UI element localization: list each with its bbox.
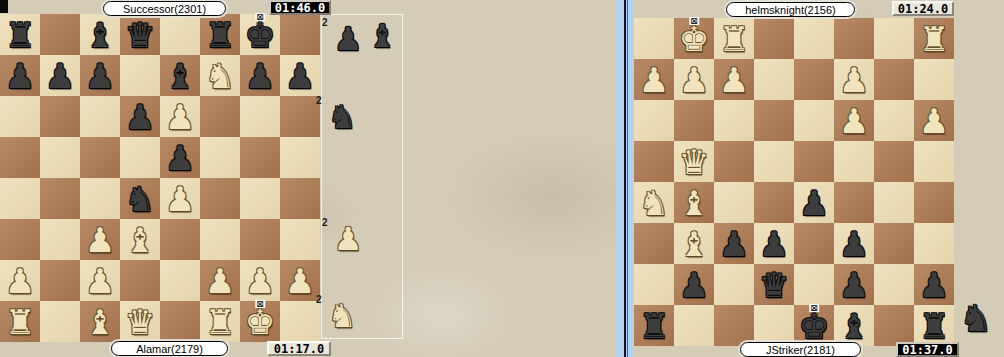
right-board-square-a4[interactable]: [914, 141, 954, 182]
right-chess-board: ♚⊠♜♜♟♟♟♟♟♟♛♞♝♟♝♟♟♟♟♛♟♟♜♚⊠♝♜: [634, 18, 954, 346]
left-board-square-d6[interactable]: ♟: [120, 96, 160, 137]
white-knight-f7[interactable]: ♞: [200, 55, 240, 96]
black-bishop-c8[interactable]: ♝: [834, 305, 874, 346]
left-board-square-d4[interactable]: ♞: [120, 178, 160, 219]
black-rook-a8[interactable]: ♜: [0, 14, 40, 55]
left-board-square-d8[interactable]: ♛: [120, 14, 160, 55]
white-king-g1[interactable]: ♚⊠: [240, 301, 280, 342]
board-splitter: [616, 0, 634, 357]
left-board-square-g2[interactable]: ♟: [240, 260, 280, 301]
white-rook-a1[interactable]: ♜: [0, 301, 40, 342]
black-rook-h8[interactable]: ♜: [634, 305, 674, 346]
holding-count: 2: [316, 294, 322, 305]
right-board-square-e7[interactable]: ♛: [754, 264, 794, 305]
right-board-square-e6[interactable]: ♟: [754, 223, 794, 264]
player-label: Alamar(2179): [136, 343, 203, 355]
left-board-square-e6[interactable]: ♟: [160, 96, 200, 137]
clock-time: 01:24.0: [898, 2, 949, 16]
king-marker-icon: ⊠: [689, 17, 699, 25]
left-board-square-f4[interactable]: [200, 178, 240, 219]
left-board-square-d5[interactable]: [120, 137, 160, 178]
black-pawn-e5[interactable]: ♟: [160, 137, 200, 178]
white-queen-d1[interactable]: ♛: [120, 301, 160, 342]
white-pawn-e4[interactable]: ♟: [160, 178, 200, 219]
right-board-square-h6[interactable]: [634, 223, 674, 264]
right-board-square-g7[interactable]: ♟: [674, 264, 714, 305]
black-queen-d8[interactable]: ♛: [120, 14, 160, 55]
white-pawn-e6[interactable]: ♟: [160, 96, 200, 137]
clock-time: 01:17.0: [274, 342, 325, 356]
black-pawn-c7[interactable]: ♟: [834, 264, 874, 305]
left-board-square-f7[interactable]: ♞: [200, 55, 240, 96]
black-pawn-d5[interactable]: ♟: [794, 182, 834, 223]
right-board-square-d4[interactable]: [794, 141, 834, 182]
right-board-square-b5[interactable]: [874, 182, 914, 223]
left-board-square-a1[interactable]: ♜: [0, 301, 40, 342]
right-board-square-d6[interactable]: [794, 223, 834, 264]
right-board-square-e3[interactable]: [754, 100, 794, 141]
left-board-square-h7[interactable]: ♟: [280, 55, 320, 96]
right-board-square-h4[interactable]: [634, 141, 674, 182]
left-board-square-e3[interactable]: [160, 219, 200, 260]
right-board-square-b3[interactable]: [874, 100, 914, 141]
holding-count: 2: [316, 95, 322, 106]
left-board-square-g8[interactable]: ♚⊠: [240, 14, 280, 55]
right-board-square-d7[interactable]: [794, 264, 834, 305]
left-board-square-e7[interactable]: ♝: [160, 55, 200, 96]
left-board-square-b4[interactable]: [40, 178, 80, 219]
right-bottom-player-nameplate: JStriker(2181): [740, 342, 861, 357]
player-label: JStriker(2181): [766, 344, 835, 356]
corner-block: [0, 0, 8, 13]
left-top-player-nameplate: Successor(2301): [103, 1, 226, 16]
player-label: Successor(2301): [123, 3, 206, 15]
black-pawn-d6[interactable]: ♟: [120, 96, 160, 137]
right-board-square-f2[interactable]: ♟: [714, 59, 754, 100]
player-label: helmsknight(2156): [745, 4, 836, 16]
right-board-square-h7[interactable]: [634, 264, 674, 305]
left-board-square-a7[interactable]: ♟: [0, 55, 40, 96]
left-chess-board: ♜♝♛♜♚⊠♟♟♟♝♞♟♟♟♟♟♞♟♟♝♟♟♟♟♟♜♝♛♜♚⊠: [0, 14, 320, 342]
left-board-square-f1[interactable]: ♜: [200, 301, 240, 342]
left-board-square-d3[interactable]: ♝: [120, 219, 160, 260]
left-board-square-h8[interactable]: [280, 14, 320, 55]
right-board-square-b7[interactable]: [874, 264, 914, 305]
left-holdings-panel: ♟2♝♞2♟2♞2: [321, 14, 403, 339]
right-board-square-c8[interactable]: ♝: [834, 305, 874, 346]
right-board-square-d5[interactable]: ♟: [794, 182, 834, 223]
white-pawn-f2[interactable]: ♟: [714, 59, 754, 100]
left-board-square-b3[interactable]: [40, 219, 80, 260]
white-king-g1[interactable]: ♚⊠: [674, 18, 714, 59]
left-board-square-e4[interactable]: ♟: [160, 178, 200, 219]
left-board-square-a4[interactable]: [0, 178, 40, 219]
left-holding-white-knight[interactable]: ♞2: [323, 296, 361, 336]
black-queen-e7[interactable]: ♛: [754, 264, 794, 305]
right-board-square-b4[interactable]: [874, 141, 914, 182]
right-board-square-g3[interactable]: [674, 100, 714, 141]
white-pawn-a2[interactable]: ♟: [0, 260, 40, 301]
left-board-square-e2[interactable]: [160, 260, 200, 301]
right-board-square-d1[interactable]: [794, 18, 834, 59]
black-pawn-f6[interactable]: ♟: [714, 223, 754, 264]
right-board-square-c4[interactable]: [834, 141, 874, 182]
white-rook-f1[interactable]: ♜: [714, 18, 754, 59]
black-king-g8[interactable]: ♚⊠: [240, 14, 280, 55]
right-board-square-b1[interactable]: [874, 18, 914, 59]
right-board-square-e2[interactable]: [754, 59, 794, 100]
king-marker-icon: ⊠: [255, 300, 265, 308]
right-board-square-h8[interactable]: ♜: [634, 305, 674, 346]
left-board-square-c8[interactable]: ♝: [80, 14, 120, 55]
left-board-square-b1[interactable]: [40, 301, 80, 342]
left-board-square-a6[interactable]: [0, 96, 40, 137]
right-board-square-f7[interactable]: [714, 264, 754, 305]
left-board-square-h3[interactable]: [280, 219, 320, 260]
black-knight: ♞: [328, 101, 357, 133]
left-board-square-g1[interactable]: ♚⊠: [240, 301, 280, 342]
black-bishop-e7[interactable]: ♝: [160, 55, 200, 96]
left-board-square-c4[interactable]: [80, 178, 120, 219]
left-board-square-h4[interactable]: [280, 178, 320, 219]
right-board-square-g2[interactable]: ♟: [674, 59, 714, 100]
right-board-square-f3[interactable]: [714, 100, 754, 141]
left-board-square-e8[interactable]: [160, 14, 200, 55]
right-bottom-clock: 01:37.0: [896, 342, 959, 357]
left-board-square-f3[interactable]: [200, 219, 240, 260]
left-board-square-b8[interactable]: [40, 14, 80, 55]
left-board-square-c2[interactable]: ♟: [80, 260, 120, 301]
left-board-square-c1[interactable]: ♝: [80, 301, 120, 342]
right-holdings-panel: ♞: [955, 298, 999, 342]
right-top-clock: 01:24.0: [892, 1, 954, 16]
left-board-square-d7[interactable]: [120, 55, 160, 96]
right-board-square-h1[interactable]: [634, 18, 674, 59]
black-pawn-a7[interactable]: ♟: [914, 264, 954, 305]
white-pawn-h2[interactable]: ♟: [280, 260, 320, 301]
black-pawn-c6[interactable]: ♟: [834, 223, 874, 264]
right-board-square-a6[interactable]: [914, 223, 954, 264]
white-pawn: ♟: [334, 223, 363, 255]
right-board-square-h2[interactable]: ♟: [634, 59, 674, 100]
left-board-square-a2[interactable]: ♟: [0, 260, 40, 301]
right-board-square-e4[interactable]: [754, 141, 794, 182]
right-board-square-h3[interactable]: [634, 100, 674, 141]
right-board-square-a2[interactable]: [914, 59, 954, 100]
white-pawn-g2[interactable]: ♟: [240, 260, 280, 301]
black-bishop: ♝: [368, 20, 397, 52]
king-marker-icon: ⊠: [809, 304, 819, 312]
left-board-square-b2[interactable]: [40, 260, 80, 301]
left-holding-black-pawn[interactable]: ♟2: [329, 19, 367, 59]
black-king-d8[interactable]: ♚⊠: [794, 305, 834, 346]
left-board-square-h1[interactable]: [280, 301, 320, 342]
bughouse-client-window: ♜♝♛♜♚⊠♟♟♟♝♞♟♟♟♟♟♞♟♟♝♟♟♟♟♟♜♝♛♜♚⊠ ♟2♝♞2♟2♞…: [0, 0, 1004, 357]
white-pawn-a3[interactable]: ♟: [914, 100, 954, 141]
right-board-square-e5[interactable]: [754, 182, 794, 223]
left-holding-black-knight[interactable]: ♞2: [323, 97, 361, 137]
black-bishop-c8[interactable]: ♝: [80, 14, 120, 55]
left-top-clock: 01:46.0: [269, 0, 331, 15]
right-board-square-h5[interactable]: ♞: [634, 182, 674, 223]
right-board-square-d8[interactable]: ♚⊠: [794, 305, 834, 346]
holding-count: 2: [322, 17, 328, 28]
left-holding-white-pawn[interactable]: ♟2: [329, 219, 367, 259]
right-board-square-c5[interactable]: [834, 182, 874, 223]
white-rook-a1[interactable]: ♜: [914, 18, 954, 59]
black-knight: ♞: [960, 301, 992, 337]
right-board-square-g8[interactable]: [674, 305, 714, 346]
left-board-square-g3[interactable]: [240, 219, 280, 260]
black-pawn-e6[interactable]: ♟: [754, 223, 794, 264]
left-holding-black-bishop[interactable]: ♝: [363, 16, 401, 56]
left-board-square-f6[interactable]: [200, 96, 240, 137]
right-board-square-c1[interactable]: [834, 18, 874, 59]
left-bottom-clock: 01:17.0: [267, 341, 331, 356]
left-board-square-h2[interactable]: ♟: [280, 260, 320, 301]
black-pawn: ♟: [334, 23, 363, 55]
left-board-square-a5[interactable]: [0, 137, 40, 178]
left-board-square-a8[interactable]: ♜: [0, 14, 40, 55]
left-board-square-c3[interactable]: ♟: [80, 219, 120, 260]
left-board-square-g4[interactable]: [240, 178, 280, 219]
left-bottom-player-nameplate: Alamar(2179): [111, 341, 228, 356]
left-board-square-h5[interactable]: [280, 137, 320, 178]
white-pawn-h2[interactable]: ♟: [634, 59, 674, 100]
right-board-square-b6[interactable]: [874, 223, 914, 264]
right-board-square-d2[interactable]: [794, 59, 834, 100]
right-board-square-e8[interactable]: [754, 305, 794, 346]
right-board-square-e1[interactable]: [754, 18, 794, 59]
right-board-square-a8[interactable]: ♜: [914, 305, 954, 346]
clock-time: 01:46.0: [275, 1, 326, 15]
right-board-square-f4[interactable]: [714, 141, 754, 182]
right-board-square-a3[interactable]: ♟: [914, 100, 954, 141]
white-rook-f1[interactable]: ♜: [200, 301, 240, 342]
black-rook-f8[interactable]: ♜: [200, 14, 240, 55]
right-board-square-g6[interactable]: ♝: [674, 223, 714, 264]
right-board-square-g1[interactable]: ♚⊠: [674, 18, 714, 59]
black-pawn-g7[interactable]: ♟: [674, 264, 714, 305]
right-board-square-f1[interactable]: ♜: [714, 18, 754, 59]
right-board-square-f6[interactable]: ♟: [714, 223, 754, 264]
left-board-square-f8[interactable]: ♜: [200, 14, 240, 55]
white-knight-h5[interactable]: ♞: [634, 182, 674, 223]
holding-count: 2: [322, 217, 328, 228]
right-board-square-c7[interactable]: ♟: [834, 264, 874, 305]
white-bishop-d3[interactable]: ♝: [120, 219, 160, 260]
black-pawn-a7[interactable]: ♟: [0, 55, 40, 96]
white-bishop-c1[interactable]: ♝: [80, 301, 120, 342]
left-board-square-g5[interactable]: [240, 137, 280, 178]
left-board-square-e5[interactable]: ♟: [160, 137, 200, 178]
right-board-square-a5[interactable]: [914, 182, 954, 223]
left-board-square-b6[interactable]: [40, 96, 80, 137]
white-bishop-g6[interactable]: ♝: [674, 223, 714, 264]
left-board-square-d2[interactable]: [120, 260, 160, 301]
left-board-square-c6[interactable]: [80, 96, 120, 137]
left-board-square-h6[interactable]: [280, 96, 320, 137]
white-pawn-c2[interactable]: ♟: [80, 260, 120, 301]
right-board-square-g5[interactable]: ♝: [674, 182, 714, 223]
white-pawn-c3[interactable]: ♟: [834, 100, 874, 141]
left-board-square-d1[interactable]: ♛: [120, 301, 160, 342]
left-board-square-b5[interactable]: [40, 137, 80, 178]
left-board-square-a3[interactable]: [0, 219, 40, 260]
white-pawn-g2[interactable]: ♟: [674, 59, 714, 100]
right-top-player-nameplate: helmsknight(2156): [726, 2, 855, 17]
clock-time: 01:37.0: [902, 343, 953, 357]
black-pawn-g7[interactable]: ♟: [240, 55, 280, 96]
right-board-square-c2[interactable]: ♟: [834, 59, 874, 100]
black-pawn-c7[interactable]: ♟: [80, 55, 120, 96]
black-pawn-h7[interactable]: ♟: [280, 55, 320, 96]
right-board-square-d3[interactable]: [794, 100, 834, 141]
left-board-square-e1[interactable]: [160, 301, 200, 342]
white-pawn-c2[interactable]: ♟: [834, 59, 874, 100]
left-board-square-g7[interactable]: ♟: [240, 55, 280, 96]
black-rook-a8[interactable]: ♜: [914, 305, 954, 346]
right-board-square-f5[interactable]: [714, 182, 754, 223]
right-board-square-a1[interactable]: ♜: [914, 18, 954, 59]
black-pawn-b7[interactable]: ♟: [40, 55, 80, 96]
right-board-square-b2[interactable]: [874, 59, 914, 100]
white-pawn-f2[interactable]: ♟: [200, 260, 240, 301]
left-board-square-b7[interactable]: ♟: [40, 55, 80, 96]
king-marker-icon: ⊠: [255, 13, 265, 21]
right-board-square-a7[interactable]: ♟: [914, 264, 954, 305]
white-bishop-g5[interactable]: ♝: [674, 182, 714, 223]
left-board-square-f2[interactable]: ♟: [200, 260, 240, 301]
right-board-square-b8[interactable]: [874, 305, 914, 346]
left-board-square-f5[interactable]: [200, 137, 240, 178]
left-board-square-c7[interactable]: ♟: [80, 55, 120, 96]
black-knight-d4[interactable]: ♞: [120, 178, 160, 219]
right-board-square-g4[interactable]: ♛: [674, 141, 714, 182]
white-queen-g4[interactable]: ♛: [674, 141, 714, 182]
right-board-square-c6[interactable]: ♟: [834, 223, 874, 264]
right-holding-black-knight[interactable]: ♞: [955, 298, 997, 340]
right-board-square-f8[interactable]: [714, 305, 754, 346]
left-board-square-c5[interactable]: [80, 137, 120, 178]
white-pawn-c3[interactable]: ♟: [80, 219, 120, 260]
left-board-square-g6[interactable]: [240, 96, 280, 137]
right-board-square-c3[interactable]: ♟: [834, 100, 874, 141]
white-knight: ♞: [328, 300, 357, 332]
